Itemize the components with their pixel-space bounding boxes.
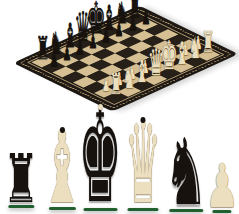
white-pawn-glyph: ♟ [205, 163, 239, 211]
display-pieces-row: ♜♝♚♛♞♟ [0, 0, 239, 214]
white-queen-finial [141, 117, 146, 123]
black-king-finial [98, 104, 103, 110]
display-piece-white-pawn: ♟ [197, 166, 239, 211]
chess-set-photo: ♜♞♝♛♚♝♞♜♟♟♟♟♟♟♟♟♟♟♟♟♟♟♟♟♜♞♝♛♚♝♞♜ ♜♝♚♛♞♟ [0, 0, 239, 214]
